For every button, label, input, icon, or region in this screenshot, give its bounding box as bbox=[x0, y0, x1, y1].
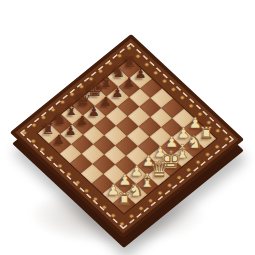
photo-canvas: ♜♞♝♛♚♝♞♜♟♟♟♟♟♟♟♟♟♟♟♟♟♟♟♟♜♞♝♛♚♝♞♜ bbox=[0, 0, 255, 255]
